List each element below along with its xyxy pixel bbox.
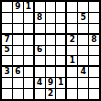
cell-r8c6[interactable]: 1 <box>56 78 66 88</box>
cell-r1c1[interactable] <box>2 2 12 12</box>
cell-r3c5[interactable] <box>46 24 56 34</box>
cell-r9c5[interactable]: 2 <box>46 89 56 99</box>
cell-r2c5[interactable] <box>46 13 56 23</box>
cell-r1c5[interactable] <box>46 2 56 12</box>
cell-r7c4[interactable] <box>35 67 45 77</box>
cell-r5c1[interactable]: 5 <box>2 46 12 56</box>
cell-r2c8[interactable]: 5 <box>78 13 88 23</box>
cell-r8c4[interactable]: 4 <box>35 78 45 88</box>
cell-r4c6[interactable] <box>56 35 66 45</box>
cell-r5c7[interactable] <box>67 46 77 56</box>
cell-r4c2[interactable] <box>13 35 23 45</box>
cell-r6c5[interactable] <box>46 56 56 66</box>
cell-r3c2[interactable] <box>13 24 23 34</box>
cell-r9c2[interactable] <box>13 89 23 99</box>
cell-r5c3[interactable] <box>24 46 34 56</box>
cell-r4c4[interactable] <box>35 35 45 45</box>
cell-r2c3[interactable] <box>24 13 34 23</box>
cell-r4c9[interactable]: 8 <box>89 35 99 45</box>
cell-r9c9[interactable] <box>89 89 99 99</box>
cell-r7c2[interactable]: 6 <box>13 67 23 77</box>
cell-r8c8[interactable] <box>78 78 88 88</box>
cell-r7c7[interactable] <box>67 67 77 77</box>
cell-r8c7[interactable] <box>67 78 77 88</box>
cell-r9c3[interactable] <box>24 89 34 99</box>
cell-r2c1[interactable] <box>2 13 12 23</box>
cell-r5c5[interactable] <box>46 46 56 56</box>
cell-r2c6[interactable] <box>56 13 66 23</box>
cell-r4c1[interactable]: 7 <box>2 35 12 45</box>
cell-r2c2[interactable] <box>13 13 23 23</box>
cell-r1c9[interactable] <box>89 2 99 12</box>
cell-r6c9[interactable] <box>89 56 99 66</box>
cell-r7c8[interactable]: 4 <box>78 67 88 77</box>
cell-r5c6[interactable] <box>56 46 66 56</box>
cell-r8c2[interactable] <box>13 78 23 88</box>
cell-r8c3[interactable] <box>24 78 34 88</box>
cell-r6c7[interactable]: 1 <box>67 56 77 66</box>
cell-r4c3[interactable] <box>24 35 34 45</box>
cell-r7c3[interactable] <box>24 67 34 77</box>
cell-r6c4[interactable] <box>35 56 45 66</box>
cell-r3c1[interactable] <box>2 24 12 34</box>
cell-r9c8[interactable] <box>78 89 88 99</box>
cell-r1c3[interactable]: 1 <box>24 2 34 12</box>
sudoku-board: 91857285613644912 <box>0 0 101 101</box>
cell-r3c8[interactable] <box>78 24 88 34</box>
cell-r3c3[interactable] <box>24 24 34 34</box>
cell-r6c6[interactable] <box>56 56 66 66</box>
cell-r1c6[interactable] <box>56 2 66 12</box>
cell-r2c7[interactable] <box>67 13 77 23</box>
cell-r4c7[interactable]: 2 <box>67 35 77 45</box>
cell-r8c1[interactable] <box>2 78 12 88</box>
cell-r2c9[interactable] <box>89 13 99 23</box>
cell-r7c1[interactable]: 3 <box>2 67 12 77</box>
cell-r3c7[interactable] <box>67 24 77 34</box>
cell-r7c9[interactable] <box>89 67 99 77</box>
cell-r3c6[interactable] <box>56 24 66 34</box>
cell-r4c8[interactable] <box>78 35 88 45</box>
cell-r9c7[interactable] <box>67 89 77 99</box>
cell-r7c5[interactable] <box>46 67 56 77</box>
cell-r5c4[interactable]: 6 <box>35 46 45 56</box>
cell-r2c4[interactable]: 8 <box>35 13 45 23</box>
cell-r9c1[interactable] <box>2 89 12 99</box>
cell-r5c8[interactable] <box>78 46 88 56</box>
cell-r6c8[interactable] <box>78 56 88 66</box>
cell-r1c2[interactable]: 9 <box>13 2 23 12</box>
cell-r8c9[interactable] <box>89 78 99 88</box>
cell-r3c4[interactable] <box>35 24 45 34</box>
cell-r1c7[interactable] <box>67 2 77 12</box>
cell-r8c5[interactable]: 9 <box>46 78 56 88</box>
cell-r6c3[interactable] <box>24 56 34 66</box>
cell-r5c2[interactable] <box>13 46 23 56</box>
cell-r6c2[interactable] <box>13 56 23 66</box>
cell-r3c9[interactable] <box>89 24 99 34</box>
cell-r1c8[interactable] <box>78 2 88 12</box>
cell-r1c4[interactable] <box>35 2 45 12</box>
cell-r7c6[interactable] <box>56 67 66 77</box>
cell-r9c4[interactable] <box>35 89 45 99</box>
cell-r4c5[interactable] <box>46 35 56 45</box>
cell-r6c1[interactable] <box>2 56 12 66</box>
cell-r5c9[interactable] <box>89 46 99 56</box>
cell-r9c6[interactable] <box>56 89 66 99</box>
